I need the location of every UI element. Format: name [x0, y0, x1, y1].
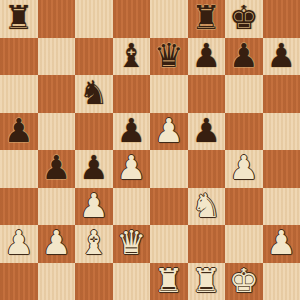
- square-g3[interactable]: [225, 188, 263, 226]
- square-c8[interactable]: [75, 0, 113, 38]
- white-pawn-icon: ♟: [266, 225, 296, 262]
- square-h5[interactable]: [263, 113, 301, 151]
- square-g6[interactable]: [225, 75, 263, 113]
- square-d5[interactable]: ♟: [113, 113, 151, 151]
- white-bishop-icon: ♝: [79, 225, 109, 262]
- chess-board-window: ♜♜♚♝♛♟♟♟♞♟♟♟♟♟♟♟♟♟♞♟♟♝♛♟♜♜♚: [0, 0, 300, 300]
- square-a2[interactable]: ♟: [0, 225, 38, 263]
- square-d2[interactable]: ♛: [113, 225, 151, 263]
- square-f1[interactable]: ♜: [188, 263, 226, 300]
- chess-board: ♜♜♚♝♛♟♟♟♞♟♟♟♟♟♟♟♟♟♞♟♟♝♛♟♜♜♚: [0, 0, 300, 300]
- black-pawn-icon: ♟: [41, 150, 71, 187]
- white-pawn-icon: ♟: [154, 113, 184, 150]
- square-d6[interactable]: [113, 75, 151, 113]
- square-d3[interactable]: [113, 188, 151, 226]
- square-d4[interactable]: ♟: [113, 150, 151, 188]
- square-b2[interactable]: ♟: [38, 225, 76, 263]
- square-h3[interactable]: [263, 188, 301, 226]
- square-h1[interactable]: [263, 263, 301, 300]
- square-d7[interactable]: ♝: [113, 38, 151, 76]
- square-b3[interactable]: [38, 188, 76, 226]
- square-d1[interactable]: [113, 263, 151, 300]
- square-e5[interactable]: ♟: [150, 113, 188, 151]
- black-pawn-icon: ♟: [229, 38, 259, 75]
- square-e2[interactable]: [150, 225, 188, 263]
- square-f7[interactable]: ♟: [188, 38, 226, 76]
- square-b1[interactable]: [38, 263, 76, 300]
- square-c3[interactable]: ♟: [75, 188, 113, 226]
- square-h6[interactable]: [263, 75, 301, 113]
- black-bishop-icon: ♝: [116, 38, 146, 75]
- square-e4[interactable]: [150, 150, 188, 188]
- square-c2[interactable]: ♝: [75, 225, 113, 263]
- black-pawn-icon: ♟: [116, 113, 146, 150]
- square-b8[interactable]: [38, 0, 76, 38]
- square-e3[interactable]: [150, 188, 188, 226]
- white-pawn-icon: ♟: [79, 188, 109, 225]
- black-king-icon: ♚: [229, 0, 259, 37]
- white-rook-icon: ♜: [191, 263, 221, 300]
- square-f3[interactable]: ♞: [188, 188, 226, 226]
- square-c7[interactable]: [75, 38, 113, 76]
- black-rook-icon: ♜: [4, 0, 34, 37]
- square-g2[interactable]: [225, 225, 263, 263]
- square-d8[interactable]: [113, 0, 151, 38]
- square-f4[interactable]: [188, 150, 226, 188]
- square-g4[interactable]: ♟: [225, 150, 263, 188]
- square-c1[interactable]: [75, 263, 113, 300]
- black-pawn-icon: ♟: [191, 38, 221, 75]
- square-f8[interactable]: ♜: [188, 0, 226, 38]
- square-g8[interactable]: ♚: [225, 0, 263, 38]
- square-c5[interactable]: [75, 113, 113, 151]
- square-c6[interactable]: ♞: [75, 75, 113, 113]
- white-pawn-icon: ♟: [4, 225, 34, 262]
- black-pawn-icon: ♟: [79, 150, 109, 187]
- square-e6[interactable]: [150, 75, 188, 113]
- white-pawn-icon: ♟: [41, 225, 71, 262]
- black-rook-icon: ♜: [191, 0, 221, 37]
- square-a5[interactable]: ♟: [0, 113, 38, 151]
- square-b5[interactable]: [38, 113, 76, 151]
- square-a7[interactable]: [0, 38, 38, 76]
- square-h8[interactable]: [263, 0, 301, 38]
- square-b6[interactable]: [38, 75, 76, 113]
- square-b7[interactable]: [38, 38, 76, 76]
- black-knight-icon: ♞: [79, 75, 109, 112]
- white-pawn-icon: ♟: [229, 150, 259, 187]
- white-rook-icon: ♜: [154, 263, 184, 300]
- square-a4[interactable]: [0, 150, 38, 188]
- square-a3[interactable]: [0, 188, 38, 226]
- square-a1[interactable]: [0, 263, 38, 300]
- square-f2[interactable]: [188, 225, 226, 263]
- black-pawn-icon: ♟: [266, 38, 296, 75]
- black-queen-icon: ♛: [154, 38, 184, 75]
- square-h4[interactable]: [263, 150, 301, 188]
- black-pawn-icon: ♟: [4, 113, 34, 150]
- black-pawn-icon: ♟: [191, 113, 221, 150]
- square-g1[interactable]: ♚: [225, 263, 263, 300]
- square-c4[interactable]: ♟: [75, 150, 113, 188]
- square-b4[interactable]: ♟: [38, 150, 76, 188]
- square-a6[interactable]: [0, 75, 38, 113]
- square-f6[interactable]: [188, 75, 226, 113]
- white-queen-icon: ♛: [116, 225, 146, 262]
- square-h2[interactable]: ♟: [263, 225, 301, 263]
- white-king-icon: ♚: [229, 263, 259, 300]
- square-g5[interactable]: [225, 113, 263, 151]
- square-g7[interactable]: ♟: [225, 38, 263, 76]
- white-knight-icon: ♞: [191, 188, 221, 225]
- white-pawn-icon: ♟: [116, 150, 146, 187]
- square-e7[interactable]: ♛: [150, 38, 188, 76]
- square-a8[interactable]: ♜: [0, 0, 38, 38]
- square-h7[interactable]: ♟: [263, 38, 301, 76]
- square-e8[interactable]: [150, 0, 188, 38]
- square-e1[interactable]: ♜: [150, 263, 188, 300]
- square-f5[interactable]: ♟: [188, 113, 226, 151]
